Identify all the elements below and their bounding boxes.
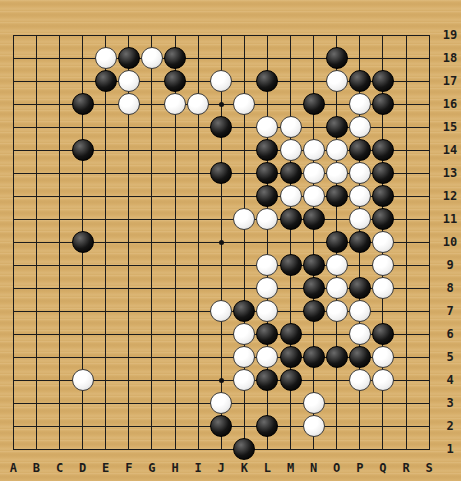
grid-vline — [13, 35, 14, 450]
row-label-6: 6 — [438, 327, 461, 341]
white-stone-M14[interactable] — [280, 139, 302, 161]
black-stone-Q14[interactable] — [372, 139, 394, 161]
black-stone-L13[interactable] — [256, 162, 278, 184]
column-label-I: I — [188, 461, 208, 475]
black-stone-K7[interactable] — [233, 300, 255, 322]
white-stone-Q5[interactable] — [372, 346, 394, 368]
row-label-14: 14 — [438, 143, 461, 157]
black-stone-Q12[interactable] — [372, 185, 394, 207]
white-stone-N14[interactable] — [303, 139, 325, 161]
white-stone-Q8[interactable] — [372, 277, 394, 299]
black-stone-P10[interactable] — [349, 231, 371, 253]
black-stone-P8[interactable] — [349, 277, 371, 299]
black-stone-D10[interactable] — [72, 231, 94, 253]
go-board[interactable]: ABCDEFGHIJKLMNOPQRS191817161514131211109… — [0, 0, 461, 481]
black-stone-L17[interactable] — [256, 70, 278, 92]
white-stone-J7[interactable] — [210, 300, 232, 322]
white-stone-K11[interactable] — [233, 208, 255, 230]
column-label-S: S — [419, 461, 439, 475]
grid-vline — [59, 35, 60, 450]
row-label-16: 16 — [438, 97, 461, 111]
white-stone-L15[interactable] — [256, 116, 278, 138]
white-stone-J17[interactable] — [210, 70, 232, 92]
grid-vline — [105, 35, 106, 450]
row-label-11: 11 — [438, 212, 461, 226]
grid-hline — [13, 58, 430, 59]
black-stone-Q6[interactable] — [372, 323, 394, 345]
row-label-17: 17 — [438, 74, 461, 88]
white-stone-I16[interactable] — [187, 93, 209, 115]
white-stone-L11[interactable] — [256, 208, 278, 230]
black-stone-P14[interactable] — [349, 139, 371, 161]
white-stone-J3[interactable] — [210, 392, 232, 414]
black-stone-Q11[interactable] — [372, 208, 394, 230]
row-label-12: 12 — [438, 189, 461, 203]
white-stone-P6[interactable] — [349, 323, 371, 345]
row-label-3: 3 — [438, 396, 461, 410]
grid-vline — [406, 35, 407, 450]
star-point — [219, 378, 224, 383]
white-stone-N13[interactable] — [303, 162, 325, 184]
grid-hline — [13, 35, 430, 36]
row-label-10: 10 — [438, 235, 461, 249]
column-label-G: G — [142, 461, 162, 475]
black-stone-O18[interactable] — [326, 47, 348, 69]
column-label-O: O — [327, 461, 347, 475]
white-stone-K6[interactable] — [233, 323, 255, 345]
white-stone-F16[interactable] — [118, 93, 140, 115]
row-label-8: 8 — [438, 281, 461, 295]
black-stone-M13[interactable] — [280, 162, 302, 184]
white-stone-L8[interactable] — [256, 277, 278, 299]
black-stone-H18[interactable] — [164, 47, 186, 69]
white-stone-P16[interactable] — [349, 93, 371, 115]
column-label-N: N — [304, 461, 324, 475]
black-stone-M4[interactable] — [280, 369, 302, 391]
black-stone-O10[interactable] — [326, 231, 348, 253]
row-label-13: 13 — [438, 166, 461, 180]
grid-vline — [429, 35, 430, 450]
white-stone-H16[interactable] — [164, 93, 186, 115]
black-stone-N11[interactable] — [303, 208, 325, 230]
row-label-19: 19 — [438, 28, 461, 42]
column-label-H: H — [165, 461, 185, 475]
black-stone-Q17[interactable] — [372, 70, 394, 92]
grid-vline — [151, 35, 152, 450]
black-stone-Q13[interactable] — [372, 162, 394, 184]
black-stone-O15[interactable] — [326, 116, 348, 138]
white-stone-L7[interactable] — [256, 300, 278, 322]
black-stone-J15[interactable] — [210, 116, 232, 138]
grid-hline — [13, 265, 430, 266]
white-stone-P7[interactable] — [349, 300, 371, 322]
black-stone-J13[interactable] — [210, 162, 232, 184]
white-stone-M15[interactable] — [280, 116, 302, 138]
row-label-18: 18 — [438, 51, 461, 65]
white-stone-P15[interactable] — [349, 116, 371, 138]
black-stone-F18[interactable] — [118, 47, 140, 69]
row-label-1: 1 — [438, 442, 461, 456]
black-stone-Q16[interactable] — [372, 93, 394, 115]
black-stone-O5[interactable] — [326, 346, 348, 368]
white-stone-N3[interactable] — [303, 392, 325, 414]
column-label-F: F — [119, 461, 139, 475]
black-stone-N7[interactable] — [303, 300, 325, 322]
black-stone-P17[interactable] — [349, 70, 371, 92]
white-stone-Q10[interactable] — [372, 231, 394, 253]
grid-vline — [36, 35, 37, 450]
row-label-7: 7 — [438, 304, 461, 318]
column-label-K: K — [234, 461, 254, 475]
white-stone-K4[interactable] — [233, 369, 255, 391]
column-label-L: L — [257, 461, 277, 475]
black-stone-J2[interactable] — [210, 415, 232, 437]
white-stone-P11[interactable] — [349, 208, 371, 230]
row-label-15: 15 — [438, 120, 461, 134]
white-stone-G18[interactable] — [141, 47, 163, 69]
black-stone-L14[interactable] — [256, 139, 278, 161]
black-stone-O12[interactable] — [326, 185, 348, 207]
black-stone-M6[interactable] — [280, 323, 302, 345]
row-label-2: 2 — [438, 419, 461, 433]
column-label-J: J — [211, 461, 231, 475]
black-stone-N9[interactable] — [303, 254, 325, 276]
black-stone-M5[interactable] — [280, 346, 302, 368]
black-stone-N16[interactable] — [303, 93, 325, 115]
grid-hline — [13, 449, 430, 450]
row-label-5: 5 — [438, 350, 461, 364]
star-point — [219, 102, 224, 107]
black-stone-L2[interactable] — [256, 415, 278, 437]
black-stone-M9[interactable] — [280, 254, 302, 276]
white-stone-E18[interactable] — [95, 47, 117, 69]
black-stone-N8[interactable] — [303, 277, 325, 299]
column-label-Q: Q — [373, 461, 393, 475]
column-label-B: B — [26, 461, 46, 475]
white-stone-O7[interactable] — [326, 300, 348, 322]
white-stone-P12[interactable] — [349, 185, 371, 207]
white-stone-P4[interactable] — [349, 369, 371, 391]
star-point — [219, 240, 224, 245]
black-stone-M11[interactable] — [280, 208, 302, 230]
column-label-P: P — [350, 461, 370, 475]
white-stone-O8[interactable] — [326, 277, 348, 299]
white-stone-L9[interactable] — [256, 254, 278, 276]
white-stone-N2[interactable] — [303, 415, 325, 437]
black-stone-L6[interactable] — [256, 323, 278, 345]
black-stone-P5[interactable] — [349, 346, 371, 368]
black-stone-D16[interactable] — [72, 93, 94, 115]
white-stone-O13[interactable] — [326, 162, 348, 184]
black-stone-H17[interactable] — [164, 70, 186, 92]
black-stone-D14[interactable] — [72, 139, 94, 161]
black-stone-K1[interactable] — [233, 438, 255, 460]
white-stone-O9[interactable] — [326, 254, 348, 276]
black-stone-N5[interactable] — [303, 346, 325, 368]
white-stone-M12[interactable] — [280, 185, 302, 207]
white-stone-D4[interactable] — [72, 369, 94, 391]
white-stone-O17[interactable] — [326, 70, 348, 92]
white-stone-P13[interactable] — [349, 162, 371, 184]
white-stone-L5[interactable] — [256, 346, 278, 368]
row-label-4: 4 — [438, 373, 461, 387]
column-label-M: M — [281, 461, 301, 475]
row-label-9: 9 — [438, 258, 461, 272]
white-stone-Q9[interactable] — [372, 254, 394, 276]
column-label-E: E — [96, 461, 116, 475]
white-stone-K16[interactable] — [233, 93, 255, 115]
white-stone-O14[interactable] — [326, 139, 348, 161]
white-stone-K5[interactable] — [233, 346, 255, 368]
column-label-C: C — [50, 461, 70, 475]
white-stone-N12[interactable] — [303, 185, 325, 207]
column-label-R: R — [396, 461, 416, 475]
column-label-D: D — [73, 461, 93, 475]
white-stone-Q4[interactable] — [372, 369, 394, 391]
black-stone-L12[interactable] — [256, 185, 278, 207]
white-stone-F17[interactable] — [118, 70, 140, 92]
column-label-A: A — [3, 461, 23, 475]
black-stone-E17[interactable] — [95, 70, 117, 92]
black-stone-L4[interactable] — [256, 369, 278, 391]
